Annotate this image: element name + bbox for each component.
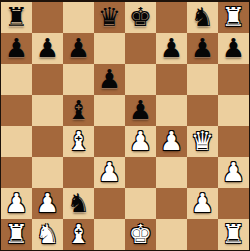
square-f7[interactable]: ♟	[156, 33, 187, 64]
square-g1[interactable]	[187, 219, 218, 250]
square-d3[interactable]: ♟	[94, 157, 125, 188]
piece-black-king-e8[interactable]: ♚	[125, 2, 156, 33]
square-d1[interactable]	[94, 219, 125, 250]
piece-black-rook-a8[interactable]: ♜	[1, 2, 32, 33]
square-c5[interactable]: ♝	[63, 95, 94, 126]
square-a2[interactable]: ♟	[1, 188, 32, 219]
square-a1[interactable]: ♜	[1, 219, 32, 250]
piece-black-pawn-h7[interactable]: ♟	[218, 33, 249, 64]
piece-white-pawn-g2[interactable]: ♟	[187, 188, 218, 219]
square-b1[interactable]: ♞	[32, 219, 63, 250]
square-c8[interactable]	[63, 2, 94, 33]
square-b3[interactable]	[32, 157, 63, 188]
square-g4[interactable]: ♛	[187, 126, 218, 157]
square-g6[interactable]	[187, 64, 218, 95]
square-h3[interactable]: ♟	[218, 157, 249, 188]
square-g5[interactable]	[187, 95, 218, 126]
piece-white-pawn-b2[interactable]: ♟	[32, 188, 63, 219]
square-a3[interactable]	[1, 157, 32, 188]
square-h4[interactable]	[218, 126, 249, 157]
square-e5[interactable]: ♟	[125, 95, 156, 126]
piece-black-pawn-b7[interactable]: ♟	[32, 33, 63, 64]
square-g3[interactable]	[187, 157, 218, 188]
piece-white-pawn-f4[interactable]: ♟	[156, 126, 187, 157]
square-e6[interactable]	[125, 64, 156, 95]
square-b7[interactable]: ♟	[32, 33, 63, 64]
square-a5[interactable]	[1, 95, 32, 126]
square-g8[interactable]: ♞	[187, 2, 218, 33]
piece-white-pawn-a2[interactable]: ♟	[1, 188, 32, 219]
piece-black-pawn-a7[interactable]: ♟	[1, 33, 32, 64]
square-a7[interactable]: ♟	[1, 33, 32, 64]
square-d4[interactable]	[94, 126, 125, 157]
square-f2[interactable]	[156, 188, 187, 219]
chess-board-frame: ♜♛♚♞♜♟♟♟♟♟♟♟♝♟♝♟♟♛♟♟♟♟♞♟♜♞♝♚♜	[0, 0, 250, 251]
square-g2[interactable]: ♟	[187, 188, 218, 219]
square-f5[interactable]	[156, 95, 187, 126]
square-d8[interactable]: ♛	[94, 2, 125, 33]
square-d2[interactable]	[94, 188, 125, 219]
square-c2[interactable]: ♞	[63, 188, 94, 219]
square-e8[interactable]: ♚	[125, 2, 156, 33]
square-h7[interactable]: ♟	[218, 33, 249, 64]
square-f6[interactable]	[156, 64, 187, 95]
square-h1[interactable]: ♜	[218, 219, 249, 250]
piece-white-pawn-h3[interactable]: ♟	[218, 157, 249, 188]
square-b4[interactable]	[32, 126, 63, 157]
square-e7[interactable]	[125, 33, 156, 64]
piece-black-pawn-e5[interactable]: ♟	[125, 95, 156, 126]
piece-white-queen-g4[interactable]: ♛	[187, 126, 218, 157]
square-d6[interactable]: ♟	[94, 64, 125, 95]
square-e1[interactable]: ♚	[125, 219, 156, 250]
piece-black-bishop-c5[interactable]: ♝	[63, 95, 94, 126]
square-b2[interactable]: ♟	[32, 188, 63, 219]
square-b6[interactable]	[32, 64, 63, 95]
piece-black-queen-d8[interactable]: ♛	[94, 2, 125, 33]
piece-white-king-e1[interactable]: ♚	[125, 219, 156, 250]
piece-black-knight-g8[interactable]: ♞	[187, 2, 218, 33]
square-h2[interactable]	[218, 188, 249, 219]
square-h8[interactable]: ♜	[218, 2, 249, 33]
square-c3[interactable]	[63, 157, 94, 188]
piece-white-knight-b1[interactable]: ♞	[32, 219, 63, 250]
square-d7[interactable]	[94, 33, 125, 64]
piece-white-pawn-e4[interactable]: ♟	[125, 126, 156, 157]
square-c4[interactable]: ♝	[63, 126, 94, 157]
piece-black-pawn-c7[interactable]: ♟	[63, 33, 94, 64]
square-f1[interactable]	[156, 219, 187, 250]
square-e3[interactable]	[125, 157, 156, 188]
square-h6[interactable]	[218, 64, 249, 95]
square-h5[interactable]	[218, 95, 249, 126]
piece-white-rook-h1[interactable]: ♜	[218, 219, 249, 250]
piece-white-bishop-c1[interactable]: ♝	[63, 219, 94, 250]
piece-black-pawn-d6[interactable]: ♟	[94, 64, 125, 95]
square-c1[interactable]: ♝	[63, 219, 94, 250]
piece-black-knight-c2[interactable]: ♞	[63, 188, 94, 219]
square-d5[interactable]	[94, 95, 125, 126]
square-e2[interactable]	[125, 188, 156, 219]
square-a8[interactable]: ♜	[1, 2, 32, 33]
piece-black-pawn-f7[interactable]: ♟	[156, 33, 187, 64]
square-g7[interactable]: ♟	[187, 33, 218, 64]
square-c6[interactable]	[63, 64, 94, 95]
piece-black-pawn-g7[interactable]: ♟	[187, 33, 218, 64]
square-b5[interactable]	[32, 95, 63, 126]
piece-white-rook-h8[interactable]: ♜	[218, 2, 249, 33]
chess-board: ♜♛♚♞♜♟♟♟♟♟♟♟♝♟♝♟♟♛♟♟♟♟♞♟♜♞♝♚♜	[1, 2, 249, 250]
square-f3[interactable]	[156, 157, 187, 188]
square-a6[interactable]	[1, 64, 32, 95]
square-b8[interactable]	[32, 2, 63, 33]
square-f4[interactable]: ♟	[156, 126, 187, 157]
piece-white-bishop-c4[interactable]: ♝	[63, 126, 94, 157]
square-a4[interactable]	[1, 126, 32, 157]
square-f8[interactable]	[156, 2, 187, 33]
piece-white-rook-a1[interactable]: ♜	[1, 219, 32, 250]
square-e4[interactable]: ♟	[125, 126, 156, 157]
piece-white-pawn-d3[interactable]: ♟	[94, 157, 125, 188]
square-c7[interactable]: ♟	[63, 33, 94, 64]
